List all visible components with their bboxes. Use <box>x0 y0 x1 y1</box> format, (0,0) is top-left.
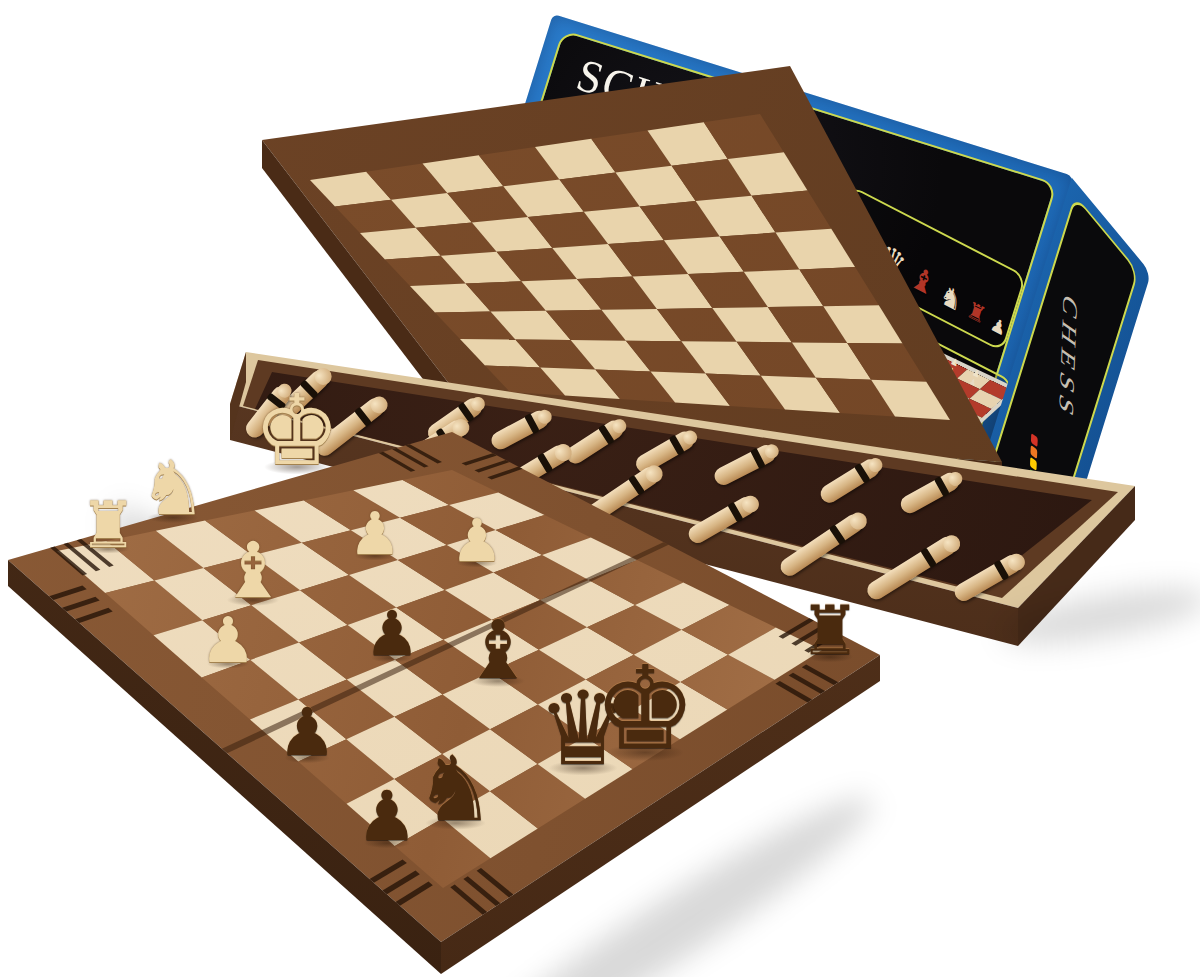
felt-ring <box>921 547 938 568</box>
piece-black-pawn-d5[interactable]: ♟ <box>364 603 420 665</box>
box-setup-piece: ♟ <box>968 377 977 388</box>
piece-white-pawn-g6[interactable]: ♟ <box>451 511 504 570</box>
piece-white-rook-a8[interactable]: ♜ <box>79 493 136 557</box>
felt-ring <box>628 475 645 495</box>
piece-black-bishop-e4[interactable]: ♝ <box>462 610 535 691</box>
box-end-title: CHESS <box>1054 289 1082 428</box>
piece-black-knight-c2[interactable]: ♞ <box>415 744 496 834</box>
piece-black-king-f2[interactable]: ♚ <box>593 651 696 766</box>
felt-ring <box>750 448 765 469</box>
piece-black-rook-h1[interactable]: ♜ <box>800 597 861 665</box>
piece-black-pawn-b2[interactable]: ♟ <box>356 782 418 851</box>
felt-ring <box>537 453 553 474</box>
felt-ring <box>829 524 846 544</box>
box-panel-piece-knight: ♞ <box>937 280 966 316</box>
piece-white-bishop-c6[interactable]: ♝ <box>218 532 287 609</box>
piece-white-king-f8[interactable]: ♚ <box>254 382 341 479</box>
felt-ring <box>354 407 372 427</box>
box-panel-piece-rook: ♜ <box>964 298 988 328</box>
piece-white-pawn-a5[interactable]: ♟ <box>200 609 256 672</box>
piece-white-pawn-f6[interactable]: ♟ <box>349 504 402 563</box>
scene: SCHACH ♟♜♟♚♞♟♟♝ ♚♛♝♞♜♟ ♟♟♟♟♟♟♟♟♟♟♟♟♟♟♟♟♟… <box>0 0 1200 977</box>
box-panel-piece-pawn: ♟ <box>988 314 1008 339</box>
piece-black-pawn-a3[interactable]: ♟ <box>277 700 336 766</box>
piece-white-knight-c8[interactable]: ♞ <box>139 451 206 526</box>
